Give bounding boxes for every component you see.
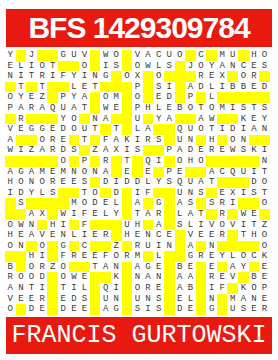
grid-cell: Y (153, 177, 164, 188)
grid-cell: Z (111, 241, 122, 252)
grid-cell-blocked (111, 71, 122, 82)
grid-cell-blocked (122, 198, 133, 209)
grid-cell: E (153, 283, 164, 294)
grid-cell-blocked (90, 283, 101, 294)
grid-cell: Q (143, 156, 154, 167)
grid-cell: E (58, 135, 69, 146)
grid-cell-blocked (153, 188, 164, 199)
grid-cell: I (153, 241, 164, 252)
grid-cell: O (259, 177, 270, 188)
grid-cell: R (47, 145, 58, 156)
grid-cell-blocked (90, 135, 101, 146)
grid-cell: A (143, 272, 154, 283)
grid-cell: S (111, 61, 122, 72)
grid-cell-blocked (47, 241, 58, 252)
grid-cell-blocked (37, 198, 48, 209)
grid-cell: E (259, 294, 270, 305)
grid-cell: R (153, 209, 164, 220)
grid-cell-blocked (238, 50, 249, 61)
grid-cell: R (143, 135, 154, 146)
grid-cell: S (185, 198, 196, 209)
grid-cell: G (185, 251, 196, 262)
grid-cell-blocked (16, 251, 27, 262)
grid-cell: A (100, 114, 111, 125)
grid-cell: L (206, 92, 217, 103)
grid-cell-blocked (175, 230, 186, 241)
grid-cell: O (238, 71, 249, 82)
grid-cell-blocked (217, 294, 228, 305)
grid-cell: L (206, 82, 217, 93)
grid-cell: R (26, 103, 37, 114)
grid-cell: U (69, 50, 80, 61)
grid-cell: W (58, 209, 69, 220)
grid-cell: Y (69, 92, 80, 103)
grid-cell: O (175, 156, 186, 167)
grid-cell-blocked (90, 50, 101, 61)
grid-cell-blocked (227, 177, 238, 188)
grid-cell-blocked (132, 156, 143, 167)
grid-cell: N (69, 167, 80, 178)
grid-cell-blocked (90, 272, 101, 283)
grid-cell-blocked (100, 220, 111, 231)
grid-cell: E (58, 177, 69, 188)
grid-cell-blocked (90, 61, 101, 72)
grid-cell: O (26, 272, 37, 283)
grid-cell: J (185, 61, 196, 72)
grid-cell-blocked (143, 92, 154, 103)
grid-cell: S (249, 188, 260, 199)
grid-cell: H (185, 156, 196, 167)
grid-cell: S (238, 304, 249, 315)
grid-cell: A (238, 294, 249, 305)
grid-cell: I (132, 135, 143, 146)
grid-cell: I (100, 61, 111, 72)
grid-cell: S (206, 198, 217, 209)
grid-cell: E (132, 230, 143, 241)
grid-cell: O (175, 50, 186, 61)
grid-cell-blocked (79, 262, 90, 273)
grid-cell: E (111, 103, 122, 114)
grid-cell: F (100, 251, 111, 262)
grid-cell-blocked (238, 241, 249, 252)
grid-cell-blocked (249, 92, 260, 103)
grid-cell: M (111, 92, 122, 103)
grid-cell: R (100, 156, 111, 167)
grid-cell-blocked (164, 272, 175, 283)
grid-cell: R (206, 145, 217, 156)
grid-cell: I (69, 209, 80, 220)
grid-cell: Z (47, 262, 58, 273)
grid-cell: Q (175, 177, 186, 188)
grid-cell: D (132, 177, 143, 188)
grid-cell: A (79, 92, 90, 103)
grid-cell: I (122, 145, 133, 156)
grid-cell: S (164, 177, 175, 188)
grid-cell: E (206, 71, 217, 82)
grid-cell: K (249, 145, 260, 156)
grid-cell-blocked (69, 61, 80, 72)
grid-cell: E (175, 167, 186, 178)
grid-cell: N (26, 177, 37, 188)
grid-cell: Y (153, 114, 164, 125)
grid-cell: U (227, 50, 238, 61)
grid-cell: U (175, 135, 186, 146)
grid-cell: E (26, 92, 37, 103)
grid-cell: D (58, 145, 69, 156)
grid-cell: H (132, 220, 143, 231)
grid-cell: A (132, 262, 143, 273)
grid-cell: D (26, 304, 37, 315)
grid-cell: E (185, 304, 196, 315)
grid-cell-blocked (69, 135, 80, 146)
grid-cell: A (100, 304, 111, 315)
grid-cell: N (249, 294, 260, 305)
grid-cell: T (206, 177, 217, 188)
grid-cell: U (238, 167, 249, 178)
grid-cell-blocked (185, 71, 196, 82)
grid-cell-blocked (175, 114, 186, 125)
grid-cell: D (16, 188, 27, 199)
grid-cell-blocked (227, 241, 238, 252)
grid-cell-blocked (100, 82, 111, 93)
grid-cell: N (58, 230, 69, 241)
grid-cell: A (100, 167, 111, 178)
grid-cell-blocked (217, 262, 228, 273)
grid-cell: E (79, 272, 90, 283)
grid-cell-blocked (217, 156, 228, 167)
grid-cell: E (79, 82, 90, 93)
grid-cell-blocked (227, 114, 238, 125)
grid-cell-blocked (164, 135, 175, 146)
grid-cell: N (164, 241, 175, 252)
grid-cell: U (185, 124, 196, 135)
grid-cell: I (69, 283, 80, 294)
grid-cell: Y (26, 188, 37, 199)
grid-cell: D (196, 82, 207, 93)
grid-cell: H (47, 220, 58, 231)
grid-cell: N (111, 294, 122, 305)
grid-cell: E (16, 124, 27, 135)
grid-cell-blocked (16, 135, 27, 146)
grid-cell: O (69, 124, 80, 135)
grid-cell: Z (259, 220, 270, 231)
grid-cell: V (185, 230, 196, 241)
grid-cell: A (37, 103, 48, 114)
grid-cell-blocked (100, 241, 111, 252)
grid-cell: X (227, 188, 238, 199)
grid-cell: S (259, 103, 270, 114)
grid-cell: R (217, 209, 228, 220)
grid-cell-blocked (164, 124, 175, 135)
grid-cell: T (249, 103, 260, 114)
grid-cell: G (143, 262, 154, 273)
grid-cell: A (175, 283, 186, 294)
grid-cell-blocked (164, 294, 175, 305)
grid-cell: S (238, 145, 249, 156)
grid-cell-blocked (122, 209, 133, 220)
grid-cell-blocked (206, 209, 217, 220)
grid-cell: W (100, 103, 111, 114)
grid-cell: A (100, 145, 111, 156)
grid-cell: O (132, 92, 143, 103)
grid-cell: T (249, 220, 260, 231)
grid-cell: H (143, 103, 154, 114)
grid-cell-blocked (217, 135, 228, 146)
grid-cell: O (100, 92, 111, 103)
grid-cell-blocked (143, 71, 154, 82)
grid-cell: U (100, 294, 111, 305)
grid-cell: W (143, 61, 154, 72)
grid-cell: H (5, 230, 16, 241)
grid-cell: P (259, 283, 270, 294)
grid-cell: R (5, 272, 16, 283)
grid-cell: M (227, 294, 238, 305)
grid-cell-blocked (196, 272, 207, 283)
grid-cell-blocked (69, 241, 80, 252)
grid-cell-blocked (58, 61, 69, 72)
grid-cell: O (132, 61, 143, 72)
grid-cell-blocked (153, 167, 164, 178)
grid-cell-blocked (164, 198, 175, 209)
grid-cell: I (206, 283, 217, 294)
grid-cell-blocked (5, 209, 16, 220)
grid-cell: C (249, 251, 260, 262)
grid-cell: I (16, 145, 27, 156)
grid-cell: A (175, 145, 186, 156)
grid-cell: L (79, 283, 90, 294)
grid-cell: T (259, 167, 270, 178)
grid-cell: A (5, 283, 16, 294)
grid-cell: E (47, 124, 58, 135)
grid-cell: O (5, 220, 16, 231)
grid-cell-blocked (238, 198, 249, 209)
grid-cell: E (5, 61, 16, 72)
grid-cell-blocked (238, 177, 249, 188)
grid-cell-blocked (196, 167, 207, 178)
grid-cell: A (185, 272, 196, 283)
grid-cell: I (37, 251, 48, 262)
grid-cell-blocked (249, 198, 260, 209)
grid-cell: Y (238, 262, 249, 273)
grid-cell: I (153, 156, 164, 167)
grid-cell: Z (37, 92, 48, 103)
grid-cell: S (47, 188, 58, 199)
grid-cell: I (26, 61, 37, 72)
grid-cell: O (111, 50, 122, 61)
grid-cell: S (79, 177, 90, 188)
grid-cell-blocked (111, 156, 122, 167)
grid-cell: O (58, 262, 69, 273)
grid-cell-blocked (175, 241, 186, 252)
grid-cell: S (132, 145, 143, 156)
grid-cell: I (217, 82, 228, 93)
grid-cell: T (90, 82, 101, 93)
grid-cell: V (5, 294, 16, 305)
grid-cell: O (122, 71, 133, 82)
grid-cell: T (132, 209, 143, 220)
grid-cell-blocked (164, 156, 175, 167)
grid-cell: D (259, 82, 270, 93)
grid-cell: A (26, 209, 37, 220)
grid-cell: W (16, 220, 27, 231)
grid-cell-blocked (79, 114, 90, 125)
grid-cell-blocked (16, 262, 27, 273)
grid-cell-blocked (69, 262, 80, 273)
grid-cell: A (164, 114, 175, 125)
grid-cell: R (37, 71, 48, 82)
grid-cell: I (164, 82, 175, 93)
grid-cell-blocked (206, 50, 217, 61)
grid-cell-blocked (122, 92, 133, 103)
grid-cell: T (79, 135, 90, 146)
grid-cell: O (196, 124, 207, 135)
grid-cell: S (259, 61, 270, 72)
grid-cell-blocked (100, 188, 111, 199)
grid-cell: H (122, 230, 133, 241)
grid-cell: U (227, 304, 238, 315)
grid-cell-blocked (5, 114, 16, 125)
grid-cell-blocked (259, 71, 270, 82)
grid-cell-blocked (227, 71, 238, 82)
grid-cell: E (164, 230, 175, 241)
grid-cell: E (79, 304, 90, 315)
grid-cell: Z (90, 145, 101, 156)
grid-cell: I (79, 230, 90, 241)
grid-cell: A (143, 124, 154, 135)
grid-cell: W (5, 145, 16, 156)
grid-cell: O (217, 220, 228, 231)
grid-cell: I (5, 188, 16, 199)
grid-cell-blocked (26, 198, 37, 209)
grid-cell: T (26, 71, 37, 82)
grid-cell-blocked (37, 50, 48, 61)
grid-cell: E (249, 209, 260, 220)
grid-cell: E (206, 230, 217, 241)
grid-cell: G (26, 124, 37, 135)
grid-cell: E (26, 294, 37, 305)
grid-cell: I (79, 71, 90, 82)
grid-cell: O (79, 61, 90, 72)
grid-cell-blocked (196, 198, 207, 209)
grid-cell: O (5, 241, 16, 252)
grid-cell-blocked (16, 156, 27, 167)
grid-cell: U (185, 177, 196, 188)
grid-cell: O (196, 61, 207, 72)
grid-cell: R (47, 177, 58, 188)
grid-cell: N (259, 156, 270, 167)
grid-cell-blocked (249, 241, 260, 252)
grid-cell: P (79, 156, 90, 167)
grid-cell: R (196, 71, 207, 82)
grid-cell: V (206, 220, 217, 231)
grid-cell-blocked (164, 220, 175, 231)
grid-cell: R (217, 198, 228, 209)
grid-cell: T (26, 283, 37, 294)
grid-cell: H (249, 50, 260, 61)
grid-cell: S (175, 220, 186, 231)
grid-cell-blocked (185, 114, 196, 125)
grid-cell: L (132, 124, 143, 135)
grid-cell-blocked (164, 251, 175, 262)
grid-cell-blocked (111, 220, 122, 231)
grid-cell: A (227, 262, 238, 273)
grid-cell: D (58, 304, 69, 315)
grid-cell-blocked (185, 50, 196, 61)
grid-cell: M (69, 198, 80, 209)
grid-cell: G (111, 304, 122, 315)
grid-cell: N (132, 272, 143, 283)
grid-cell: R (69, 251, 80, 262)
grid-cell: M (217, 50, 228, 61)
grid-cell: E (90, 230, 101, 241)
grid-cell: E (259, 262, 270, 273)
grid-cell-blocked (16, 50, 27, 61)
grid-cell: L (111, 198, 122, 209)
grid-cell: L (37, 188, 48, 199)
grid-cell: O (58, 156, 69, 167)
grid-cell: N (111, 262, 122, 273)
grid-cell-blocked (37, 114, 48, 125)
grid-cell-blocked (132, 167, 143, 178)
grid-cell: T (259, 188, 270, 199)
grid-cell: O (90, 188, 101, 199)
grid-cell: E (47, 230, 58, 241)
grid-cell: L (153, 251, 164, 262)
grid-cell: O (153, 71, 164, 82)
grid-cell-blocked (16, 209, 27, 220)
grid-cell: T (196, 209, 207, 220)
grid-cell-blocked (47, 304, 58, 315)
grid-cell: A (37, 145, 48, 156)
grid-cell: A (185, 241, 196, 252)
grid-cell: Y (217, 251, 228, 262)
grid-cell: Y (58, 114, 69, 125)
grid-cell: C (196, 50, 207, 61)
grid-cell: L (185, 220, 196, 231)
grid-cell: L (143, 177, 154, 188)
grid-cell: C (153, 50, 164, 61)
grid-cell-blocked (196, 294, 207, 305)
grid-cell: F (217, 283, 228, 294)
grid-cell-blocked (196, 241, 207, 252)
grid-cell: A (132, 198, 143, 209)
grid-cell: A (196, 177, 207, 188)
grid-cell-blocked (196, 262, 207, 273)
grid-cell: O (249, 283, 260, 294)
grid-cell: T (16, 82, 27, 93)
grid-cell-blocked (206, 156, 217, 167)
grid-cell: O (69, 114, 80, 125)
grid-cell: B (249, 272, 260, 283)
grid-cell-blocked (143, 251, 154, 262)
grid-cell: N (185, 135, 196, 146)
grid-cell: E (249, 114, 260, 125)
grid-cell: W (100, 50, 111, 61)
grid-cell: A (111, 135, 122, 146)
grid-cell: T (79, 188, 90, 199)
grid-cell-blocked (143, 114, 154, 125)
grid-cell: O (37, 135, 48, 146)
grid-cell: N (206, 241, 217, 252)
grid-cell: C (238, 61, 249, 72)
grid-cell-blocked (122, 124, 133, 135)
grid-cell: O (227, 135, 238, 146)
grid-cell: O (111, 251, 122, 262)
grid-cell: I (16, 71, 27, 82)
grid-cell-blocked (26, 135, 37, 146)
grid-cell: T (238, 230, 249, 241)
grid-cell: P (132, 82, 143, 93)
